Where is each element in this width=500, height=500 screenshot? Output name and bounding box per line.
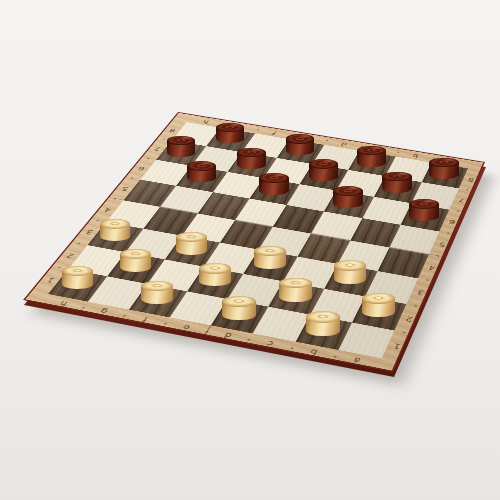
checker-top (309, 159, 338, 169)
checker-light-f3[interactable]: ⛀ (176, 232, 207, 255)
checker-light-d3[interactable]: ⛀ (254, 246, 286, 269)
border-inlay-dot (82, 307, 85, 309)
rank-label-left-6: 6 (137, 165, 146, 171)
rank-label-left-3: 3 (84, 229, 94, 235)
rank-label-right-7: 7 (458, 197, 466, 203)
checker-top (120, 249, 151, 259)
checker-light-c2[interactable]: ⛀ (279, 278, 312, 302)
checker-top (237, 148, 266, 157)
checker-light-a2[interactable]: ⛀ (362, 293, 396, 318)
border-inlay-dot (426, 279, 429, 281)
checker-top (429, 158, 458, 168)
checker-dark-e6[interactable]: ⛂ (259, 173, 288, 195)
checker-light-e2[interactable]: ⛀ (199, 263, 231, 286)
checker-dark-a8[interactable]: ⛂ (429, 158, 458, 180)
checker-dark-g6[interactable]: ⛂ (187, 161, 216, 182)
border-inlay-dot (147, 157, 150, 158)
checker-light-d1[interactable]: ⛀ (222, 296, 255, 320)
checker-dark-g8[interactable]: ⛂ (216, 123, 244, 143)
rank-label-left-5: 5 (120, 186, 130, 192)
rank-label-right-4: 4 (427, 264, 436, 271)
border-inlay-dot (326, 140, 329, 141)
file-label-bottom-b: b (309, 347, 319, 355)
checker-dark-d7[interactable]: ⛂ (309, 159, 338, 180)
checker-dark-c8[interactable]: ⛂ (357, 146, 386, 167)
checker-dark-f7[interactable]: ⛂ (237, 148, 266, 169)
file-label-bottom-h: h (58, 299, 69, 306)
border-inlay-dot (205, 331, 208, 333)
checker-top (100, 219, 130, 229)
checker-light-f1[interactable]: ⛀ (141, 281, 173, 305)
border-inlay-dot (96, 220, 99, 222)
file-label-bottom-c: c (266, 339, 275, 347)
board-scene: hhggffeeddccbbaa8877665544332211 ⛂⛂⛂⛂⛂⛂⛂… (0, 0, 500, 500)
rank-label-left-2: 2 (65, 252, 75, 259)
checker-light-h3[interactable]: ⛀ (100, 219, 130, 241)
border-inlay-dot (466, 189, 469, 191)
file-label-bottom-a: a (352, 356, 362, 364)
checker-top (187, 161, 216, 171)
checker-top (362, 293, 396, 304)
rank-label-right-8: 8 (467, 177, 475, 183)
border-inlay-dot (447, 232, 450, 234)
border-inlay-dot (403, 331, 406, 333)
checker-dark-e8[interactable]: ⛂ (286, 134, 314, 155)
rank-label-right-2: 2 (404, 315, 413, 323)
rank-label-left-7: 7 (153, 146, 162, 151)
border-inlay-dot (333, 355, 336, 357)
file-label-bottom-d: d (223, 331, 233, 339)
file-label-bottom-e: e (181, 323, 191, 331)
border-inlay-dot (396, 151, 399, 152)
checker-top (306, 311, 340, 322)
checker-top (222, 296, 255, 307)
checker-top (409, 199, 440, 209)
file-label-bottom-g: g (99, 307, 110, 315)
checker-dark-h7[interactable]: ⛂ (167, 136, 195, 156)
checker-top (199, 263, 231, 274)
file-label-top-b: b (411, 153, 419, 158)
checker-dark-a6[interactable]: ⛂ (409, 199, 440, 221)
border-inlay-dot (162, 138, 165, 139)
checker-light-g2[interactable]: ⛀ (120, 249, 151, 272)
rank-label-left-4: 4 (103, 207, 113, 213)
rank-label-right-5: 5 (438, 241, 446, 248)
checker-dark-c6[interactable]: ⛂ (333, 186, 363, 208)
checker-top (334, 260, 366, 271)
checker-light-h1[interactable]: ⛀ (62, 266, 94, 289)
border-inlay-dot (247, 339, 250, 341)
checker-top (259, 173, 288, 183)
border-inlay-dot (77, 242, 80, 244)
file-label-top-h: h (202, 119, 210, 124)
file-label-top-d: d (340, 141, 348, 146)
border-inlay-dot (256, 129, 259, 130)
rank-label-right-3: 3 (416, 289, 425, 296)
file-label-bottom-f: f (141, 315, 149, 322)
border-inlay-dot (457, 210, 460, 212)
checker-light-b3[interactable]: ⛀ (334, 260, 366, 284)
checker-light-b1[interactable]: ⛀ (306, 311, 340, 336)
checker-top (382, 172, 412, 182)
border-inlay-dot (122, 315, 125, 317)
rank-label-right-6: 6 (448, 219, 456, 225)
checker-top (286, 134, 314, 143)
rank-label-right-1: 1 (392, 342, 402, 350)
border-inlay-dot (164, 323, 167, 325)
checker-top (333, 186, 363, 196)
border-inlay-dot (415, 305, 418, 307)
checker-dark-b7[interactable]: ⛂ (382, 172, 412, 194)
border-inlay-dot (290, 347, 293, 349)
rank-label-left-8: 8 (168, 128, 177, 133)
border-inlay-dot (131, 177, 134, 179)
rank-label-left-1: 1 (45, 276, 56, 283)
file-label-top-f: f (272, 130, 278, 135)
